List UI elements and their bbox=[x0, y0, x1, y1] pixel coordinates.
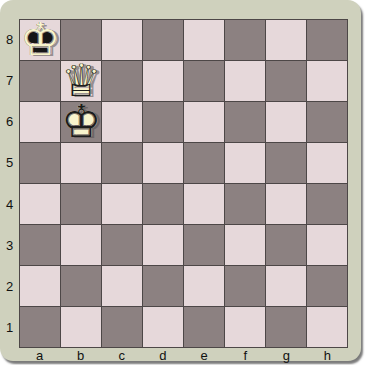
square-d8[interactable] bbox=[143, 20, 183, 60]
square-f3[interactable] bbox=[225, 225, 265, 265]
rank-labels: 87654321 bbox=[0, 19, 19, 348]
square-a2[interactable] bbox=[20, 266, 60, 306]
square-h7[interactable] bbox=[307, 61, 347, 101]
piece-black-king-a8-outline: ♔ bbox=[20, 17, 60, 62]
square-g8[interactable] bbox=[266, 20, 306, 60]
rank-label-2: 2 bbox=[0, 266, 19, 307]
square-g4[interactable] bbox=[266, 184, 306, 224]
square-f7[interactable] bbox=[225, 61, 265, 101]
square-f5[interactable] bbox=[225, 143, 265, 183]
square-a7[interactable] bbox=[20, 61, 60, 101]
square-e1[interactable] bbox=[184, 307, 224, 347]
square-g1[interactable] bbox=[266, 307, 306, 347]
square-b2[interactable] bbox=[61, 266, 101, 306]
square-f8[interactable] bbox=[225, 20, 265, 60]
file-label-g: g bbox=[266, 347, 307, 363]
square-c2[interactable] bbox=[102, 266, 142, 306]
rank-label-6: 6 bbox=[0, 101, 19, 142]
square-h2[interactable] bbox=[307, 266, 347, 306]
square-b3[interactable] bbox=[61, 225, 101, 265]
file-label-e: e bbox=[184, 347, 225, 363]
file-label-h: h bbox=[307, 347, 348, 363]
square-g7[interactable] bbox=[266, 61, 306, 101]
square-d6[interactable] bbox=[143, 102, 183, 142]
square-g3[interactable] bbox=[266, 225, 306, 265]
square-a3[interactable] bbox=[20, 225, 60, 265]
square-a8[interactable]: ♚♚♔ bbox=[20, 20, 60, 60]
rank-label-3: 3 bbox=[0, 225, 19, 266]
square-c1[interactable] bbox=[102, 307, 142, 347]
square-d2[interactable] bbox=[143, 266, 183, 306]
file-label-a: a bbox=[19, 347, 60, 363]
square-g2[interactable] bbox=[266, 266, 306, 306]
square-d3[interactable] bbox=[143, 225, 183, 265]
square-a1[interactable] bbox=[20, 307, 60, 347]
square-e5[interactable] bbox=[184, 143, 224, 183]
square-h3[interactable] bbox=[307, 225, 347, 265]
square-b1[interactable] bbox=[61, 307, 101, 347]
square-d1[interactable] bbox=[143, 307, 183, 347]
square-e3[interactable] bbox=[184, 225, 224, 265]
square-g6[interactable] bbox=[266, 102, 306, 142]
square-e2[interactable] bbox=[184, 266, 224, 306]
piece-white-queen-b7-shadow: ♛ bbox=[64, 59, 104, 104]
square-e8[interactable] bbox=[184, 20, 224, 60]
file-label-f: f bbox=[225, 347, 266, 363]
square-e7[interactable] bbox=[184, 61, 224, 101]
square-b8[interactable] bbox=[61, 20, 101, 60]
square-d4[interactable] bbox=[143, 184, 183, 224]
square-b6[interactable]: ♚♚♔ bbox=[61, 102, 101, 142]
square-f6[interactable] bbox=[225, 102, 265, 142]
piece-white-queen-b7[interactable]: ♛ bbox=[61, 58, 101, 103]
piece-white-king-b6-shadow: ♚ bbox=[64, 100, 104, 145]
square-f2[interactable] bbox=[225, 266, 265, 306]
rank-label-8: 8 bbox=[0, 19, 19, 60]
file-label-d: d bbox=[142, 347, 183, 363]
square-c8[interactable] bbox=[102, 20, 142, 60]
square-b5[interactable] bbox=[61, 143, 101, 183]
piece-white-king-b6[interactable]: ♚ bbox=[61, 99, 101, 144]
rank-label-7: 7 bbox=[0, 60, 19, 101]
square-g5[interactable] bbox=[266, 143, 306, 183]
file-labels: abcdefgh bbox=[19, 347, 348, 363]
chess-board: ♚♚♔♛♛♕♚♚♔ bbox=[19, 19, 348, 348]
square-h1[interactable] bbox=[307, 307, 347, 347]
square-d5[interactable] bbox=[143, 143, 183, 183]
square-e4[interactable] bbox=[184, 184, 224, 224]
piece-black-king-a8-shadow: ♚ bbox=[23, 18, 63, 63]
square-b7[interactable]: ♛♛♕ bbox=[61, 61, 101, 101]
piece-black-king-a8[interactable]: ♚ bbox=[20, 17, 60, 62]
board-panel: 87654321 ♚♚♔♛♛♕♚♚♔ abcdefgh bbox=[0, 0, 361, 361]
piece-white-king-b6-outline: ♔ bbox=[61, 99, 101, 144]
square-h6[interactable] bbox=[307, 102, 347, 142]
rank-label-5: 5 bbox=[0, 142, 19, 183]
square-f4[interactable] bbox=[225, 184, 265, 224]
piece-white-queen-b7-outline: ♕ bbox=[61, 58, 101, 103]
square-a5[interactable] bbox=[20, 143, 60, 183]
square-h8[interactable] bbox=[307, 20, 347, 60]
square-c3[interactable] bbox=[102, 225, 142, 265]
square-a4[interactable] bbox=[20, 184, 60, 224]
square-h4[interactable] bbox=[307, 184, 347, 224]
square-b4[interactable] bbox=[61, 184, 101, 224]
square-h5[interactable] bbox=[307, 143, 347, 183]
rank-label-1: 1 bbox=[0, 307, 19, 348]
square-a6[interactable] bbox=[20, 102, 60, 142]
square-c5[interactable] bbox=[102, 143, 142, 183]
file-label-b: b bbox=[60, 347, 101, 363]
square-d7[interactable] bbox=[143, 61, 183, 101]
square-e6[interactable] bbox=[184, 102, 224, 142]
square-c7[interactable] bbox=[102, 61, 142, 101]
square-c4[interactable] bbox=[102, 184, 142, 224]
file-label-c: c bbox=[101, 347, 142, 363]
rank-label-4: 4 bbox=[0, 184, 19, 225]
square-c6[interactable] bbox=[102, 102, 142, 142]
square-f1[interactable] bbox=[225, 307, 265, 347]
